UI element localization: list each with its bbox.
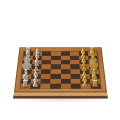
board-square (61, 84, 71, 89)
board-square (80, 84, 90, 89)
board-square (20, 84, 30, 89)
chess-set-photo: ♜♞♝♛♚♝♞♜♟♟♟♟♟♟♟♟♟♟♟♟♟♟♟♟♜♞♝♛♚♝♞♜ (0, 0, 120, 120)
board-base-lip (13, 96, 108, 99)
board-square (40, 84, 50, 89)
board-side-edge (13, 92, 108, 97)
board-square (70, 84, 80, 89)
board-grid (20, 52, 100, 89)
board-square (30, 84, 40, 89)
chess-board (14, 47, 107, 92)
board-square (90, 84, 100, 89)
board-square (50, 84, 60, 89)
